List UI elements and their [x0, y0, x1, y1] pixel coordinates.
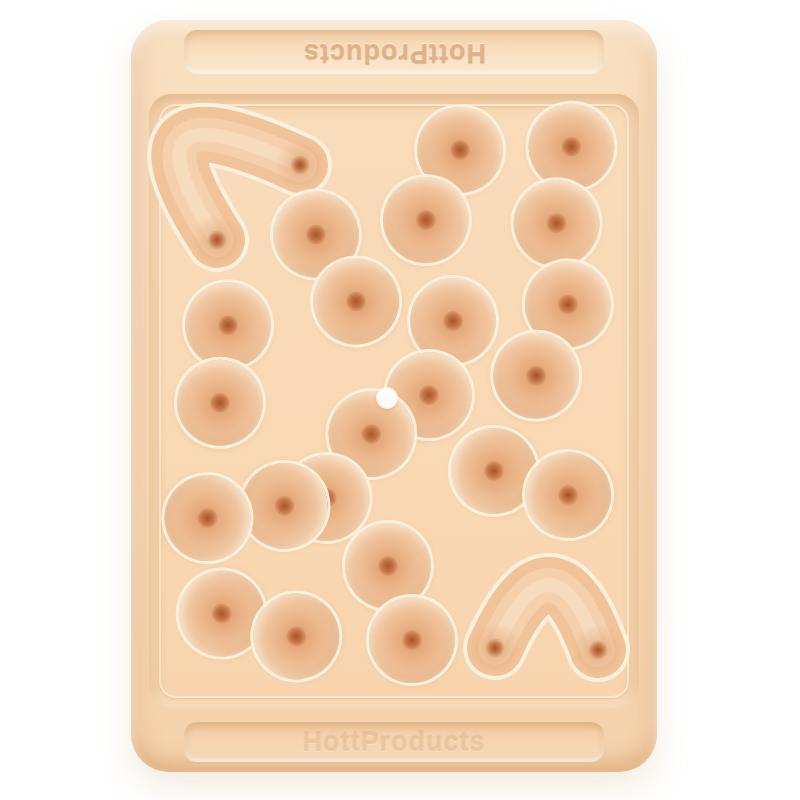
tray-handle-groove-top: HottProducts [184, 30, 604, 74]
brand-emboss-top: HottProducts [303, 37, 486, 68]
tray-handle-groove-bottom: HottProducts [184, 722, 604, 762]
brand-emboss-bottom: HottProducts [303, 727, 486, 758]
product-photo: HottProducts HottProducts [0, 0, 800, 800]
mold-vent-dot [376, 387, 398, 409]
